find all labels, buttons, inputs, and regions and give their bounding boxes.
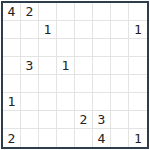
empty-cell-r0c7[interactable] [129,3,147,21]
empty-cell-r5c2[interactable] [39,93,57,111]
empty-cell-r2c1[interactable] [21,39,39,57]
empty-cell-r1c4[interactable] [75,21,93,39]
empty-cell-r6c1[interactable] [21,111,39,129]
empty-cell-r1c6[interactable] [111,21,129,39]
empty-cell-r5c1[interactable] [21,93,39,111]
empty-cell-r3c0[interactable] [3,57,21,75]
empty-cell-r4c1[interactable] [21,75,39,93]
empty-cell-r3c5[interactable] [93,57,111,75]
empty-cell-r4c5[interactable] [93,75,111,93]
empty-cell-r7c4[interactable] [75,129,93,147]
empty-cell-r3c4[interactable] [75,57,93,75]
empty-cell-r4c6[interactable] [111,75,129,93]
empty-cell-r7c2[interactable] [39,129,57,147]
empty-cell-r7c6[interactable] [111,129,129,147]
empty-cell-r4c4[interactable] [75,75,93,93]
empty-cell-r0c2[interactable] [39,3,57,21]
clue-cell-r3c3: 1 [57,57,75,75]
empty-cell-r4c7[interactable] [129,75,147,93]
empty-cell-r6c2[interactable] [39,111,57,129]
clue-cell-r7c5: 4 [93,129,111,147]
empty-cell-r3c2[interactable] [39,57,57,75]
empty-cell-r6c3[interactable] [57,111,75,129]
empty-cell-r0c5[interactable] [93,3,111,21]
empty-cell-r2c3[interactable] [57,39,75,57]
empty-cell-r5c3[interactable] [57,93,75,111]
clue-cell-r3c1: 3 [21,57,39,75]
clue-cell-r7c7: 1 [129,129,147,147]
empty-cell-r2c2[interactable] [39,39,57,57]
empty-cell-r1c5[interactable] [93,21,111,39]
empty-cell-r0c3[interactable] [57,3,75,21]
empty-cell-r2c5[interactable] [93,39,111,57]
empty-cell-r5c7[interactable] [129,93,147,111]
empty-cell-r2c6[interactable] [111,39,129,57]
empty-cell-r2c7[interactable] [129,39,147,57]
puzzle-board: 421131123241 [1,1,149,149]
clue-cell-r1c2: 1 [39,21,57,39]
clue-cell-r7c0: 2 [3,129,21,147]
clue-cell-r0c1: 2 [21,3,39,21]
empty-cell-r6c6[interactable] [111,111,129,129]
empty-cell-r2c0[interactable] [3,39,21,57]
empty-cell-r4c2[interactable] [39,75,57,93]
empty-cell-r0c6[interactable] [111,3,129,21]
clue-cell-r6c4: 2 [75,111,93,129]
empty-cell-r5c6[interactable] [111,93,129,111]
empty-cell-r0c4[interactable] [75,3,93,21]
empty-cell-r7c3[interactable] [57,129,75,147]
empty-cell-r6c0[interactable] [3,111,21,129]
empty-cell-r5c5[interactable] [93,93,111,111]
empty-cell-r4c3[interactable] [57,75,75,93]
clue-cell-r1c7: 1 [129,21,147,39]
empty-cell-r2c4[interactable] [75,39,93,57]
empty-cell-r7c1[interactable] [21,129,39,147]
clue-cell-r0c0: 4 [3,3,21,21]
empty-cell-r3c7[interactable] [129,57,147,75]
empty-cell-r5c4[interactable] [75,93,93,111]
empty-cell-r4c0[interactable] [3,75,21,93]
empty-cell-r3c6[interactable] [111,57,129,75]
empty-cell-r6c7[interactable] [129,111,147,129]
empty-cell-r1c1[interactable] [21,21,39,39]
empty-cell-r1c3[interactable] [57,21,75,39]
clue-cell-r6c5: 3 [93,111,111,129]
clue-cell-r5c0: 1 [3,93,21,111]
empty-cell-r1c0[interactable] [3,21,21,39]
